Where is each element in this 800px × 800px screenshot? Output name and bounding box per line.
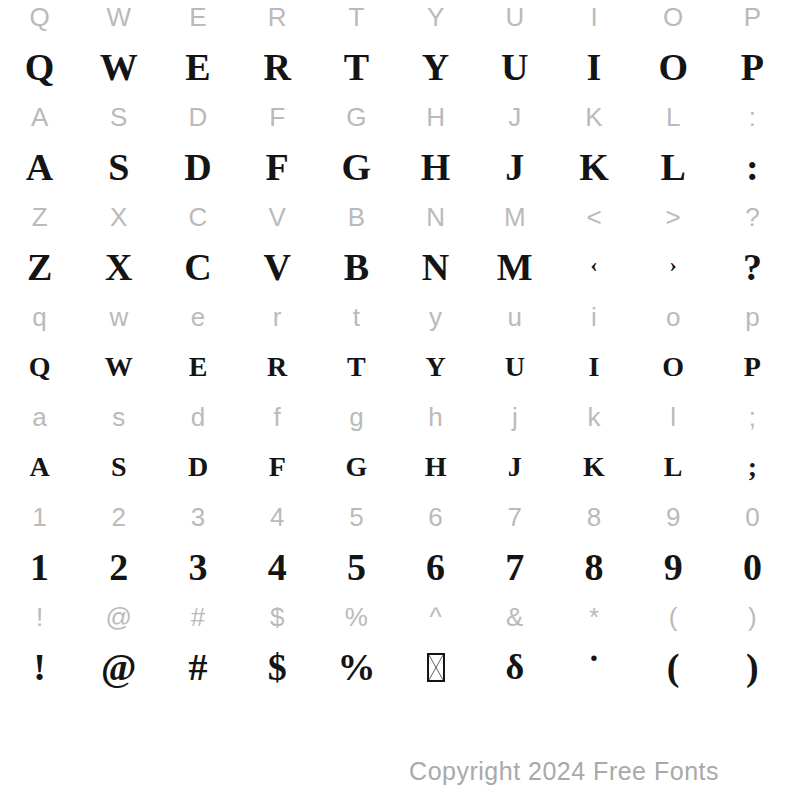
char-row-11: 1234567890 (0, 492, 792, 542)
copyright-watermark: Copyright 2024 Free Fonts (409, 757, 719, 786)
glyph-cell: ) (748, 604, 757, 630)
char-row-1: QWERTYUIOP (0, 0, 792, 42)
glyph-cell: A (31, 104, 48, 130)
glyph-cell: > (666, 204, 681, 230)
glyph-cell: d (191, 404, 205, 430)
glyph-cell: J (508, 104, 521, 130)
glyph-cell: C (189, 204, 208, 230)
glyph-cell: E (189, 353, 208, 381)
glyph-cell: & (506, 604, 523, 630)
glyph-cell: Z (27, 248, 52, 286)
glyph-cell: q (32, 304, 46, 330)
char-row-5: ZXCVBNM<>? (0, 192, 792, 242)
glyph-cell: l (670, 404, 676, 430)
glyph-cell: › (670, 254, 677, 276)
glyph-cell: ! (33, 648, 46, 686)
glyph-cell: ( (667, 648, 680, 686)
glyph-cell: I (589, 353, 600, 381)
glyph-cell: N (422, 248, 449, 286)
glyph-cell: S (111, 453, 127, 481)
glyph-cell: · (588, 641, 599, 675)
glyph-cell: 0 (745, 504, 759, 530)
char-row-9: asdfghjkl; (0, 392, 792, 442)
glyph-cell: Q (29, 353, 51, 381)
glyph-cell: K (585, 104, 602, 130)
glyph-cell: 4 (268, 548, 287, 586)
glyph-cell: U (505, 353, 525, 381)
glyph-cell: w (109, 304, 128, 330)
glyph-cell: F (269, 104, 285, 130)
glyph-cell: H (421, 148, 451, 186)
glyph-cell: I (590, 4, 597, 30)
glyph-cell: * (589, 604, 599, 630)
character-grid: QWERTYUIOPQWERTYUIOPASDFGHJKL:ASDFGHJKL:… (0, 0, 792, 692)
glyph-cell: 1 (30, 548, 49, 586)
glyph-cell: $ (270, 604, 284, 630)
glyph-cell: X (110, 204, 127, 230)
glyph-cell: N (426, 204, 445, 230)
glyph-cell: J (508, 453, 522, 481)
font-specimen-sheet: QWERTYUIOPQWERTYUIOPASDFGHJKL:ASDFGHJKL:… (0, 0, 800, 800)
glyph-cell: 5 (347, 548, 366, 586)
glyph-cell: i (591, 304, 597, 330)
glyph-cell: D (184, 148, 211, 186)
glyph-cell: O (662, 353, 684, 381)
glyph-cell: C (184, 248, 211, 286)
char-row-2: QWERTYUIOP (0, 42, 792, 92)
glyph-cell: p (745, 304, 759, 330)
glyph-cell: L (666, 104, 680, 130)
glyph-cell: 8 (587, 504, 601, 530)
char-row-6: ZXCVBNM‹›? (0, 242, 792, 292)
char-row-14: !@#$%δ·() (0, 642, 792, 692)
glyph-cell: 4 (270, 504, 284, 530)
glyph-cell: R (263, 48, 290, 86)
glyph-cell: F (269, 453, 286, 481)
glyph-cell: 5 (349, 504, 363, 530)
glyph-cell: D (189, 104, 208, 130)
char-row-8: QWERTYUIOP (0, 342, 792, 392)
glyph-cell: t (353, 304, 360, 330)
glyph-cell: r (273, 304, 282, 330)
glyph-cell: Y (425, 353, 445, 381)
glyph-cell: 3 (191, 504, 205, 530)
glyph-cell: $ (268, 648, 287, 686)
glyph-cell: V (269, 204, 286, 230)
glyph-cell: S (110, 104, 127, 130)
glyph-cell: ‹ (590, 254, 597, 276)
glyph-cell: E (189, 4, 206, 30)
glyph-cell: 9 (664, 548, 683, 586)
char-row-3: ASDFGHJKL: (0, 92, 792, 142)
glyph-cell: % (337, 648, 375, 686)
glyph-cell: W (105, 353, 133, 381)
glyph-cell: 8 (584, 548, 603, 586)
glyph-cell: ? (745, 204, 759, 230)
glyph-cell: G (346, 104, 366, 130)
char-row-4: ASDFGHJKL: (0, 142, 792, 192)
char-row-12: 1234567890 (0, 542, 792, 592)
glyph-cell: 3 (188, 548, 207, 586)
char-row-10: ASDFGHJKL; (0, 442, 792, 492)
glyph-cell: @ (101, 648, 136, 686)
glyph-cell: : (746, 148, 759, 186)
glyph-cell: M (504, 204, 526, 230)
glyph-cell: A (26, 148, 53, 186)
glyph-cell: W (100, 48, 138, 86)
glyph-cell: ^ (429, 604, 441, 630)
glyph-cell: R (268, 4, 287, 30)
glyph-cell: Y (422, 48, 449, 86)
glyph-cell: 2 (112, 504, 126, 530)
glyph-cell: L (664, 453, 683, 481)
glyph-cell: < (586, 204, 601, 230)
glyph-cell: S (108, 148, 129, 186)
glyph-cell: M (497, 248, 533, 286)
glyph-cell: 6 (426, 548, 445, 586)
glyph-cell: ; (748, 453, 757, 481)
glyph-cell: : (749, 104, 756, 130)
glyph-cell: f (274, 404, 281, 430)
glyph-cell: T (344, 48, 369, 86)
glyph-cell: Z (32, 204, 48, 230)
glyph-cell: u (508, 304, 522, 330)
glyph-cell: k (587, 404, 600, 430)
glyph-cell: B (344, 248, 369, 286)
glyph-cell: 7 (508, 504, 522, 530)
glyph-cell: ) (746, 648, 759, 686)
glyph-cell: ( (669, 604, 678, 630)
glyph-cell: G (346, 453, 368, 481)
glyph-cell: s (112, 404, 125, 430)
glyph-cell: @ (106, 604, 132, 630)
glyph-cell: P (744, 353, 761, 381)
glyph-cell: U (505, 4, 524, 30)
glyph-cell: J (505, 148, 524, 186)
glyph-cell: E (185, 48, 210, 86)
glyph-cell: g (349, 404, 363, 430)
glyph-cell: K (583, 453, 605, 481)
glyph-cell: W (107, 4, 132, 30)
glyph-cell: F (266, 148, 289, 186)
glyph-cell: # (188, 648, 207, 686)
glyph-cell: o (666, 304, 680, 330)
glyph-cell: 2 (109, 548, 128, 586)
glyph-cell: U (501, 48, 528, 86)
glyph-cell: 1 (32, 504, 46, 530)
glyph-cell: ? (743, 248, 762, 286)
glyph-cell: 0 (743, 548, 762, 586)
glyph-cell: y (429, 304, 442, 330)
glyph-cell: P (741, 48, 764, 86)
char-row-7: qwertyuiop (0, 292, 792, 342)
glyph-cell: j (512, 404, 518, 430)
glyph-cell: B (348, 204, 365, 230)
char-row-13: !@#$%^&*() (0, 592, 792, 642)
notdef-glyph-box (427, 653, 445, 682)
glyph-cell: 7 (505, 548, 524, 586)
glyph-cell: a (32, 404, 46, 430)
glyph-cell: # (191, 604, 205, 630)
glyph-cell: 6 (428, 504, 442, 530)
glyph-cell: A (29, 453, 49, 481)
glyph-cell: % (345, 604, 368, 630)
glyph-cell: e (191, 304, 205, 330)
glyph-cell: K (579, 148, 609, 186)
glyph-cell: O (658, 48, 688, 86)
glyph-cell: I (587, 48, 602, 86)
glyph-cell: h (428, 404, 442, 430)
glyph-cell: D (188, 453, 208, 481)
glyph-cell: H (425, 453, 447, 481)
glyph-cell: T (348, 4, 364, 30)
glyph-cell: Y (427, 4, 444, 30)
glyph-cell: L (661, 148, 686, 186)
glyph-cell: Q (29, 4, 49, 30)
glyph-cell: Q (25, 48, 55, 86)
glyph-cell: R (267, 353, 287, 381)
glyph-cell: δ (505, 649, 524, 685)
glyph-cell: ; (749, 404, 756, 430)
glyph-cell: O (663, 4, 683, 30)
glyph-cell: X (105, 248, 132, 286)
glyph-cell: P (744, 4, 761, 30)
glyph-cell: V (263, 248, 290, 286)
glyph-cell: H (426, 104, 445, 130)
glyph-cell: T (347, 353, 366, 381)
glyph-cell: G (342, 148, 372, 186)
glyph-cell: 9 (666, 504, 680, 530)
glyph-cell: ! (36, 604, 43, 630)
